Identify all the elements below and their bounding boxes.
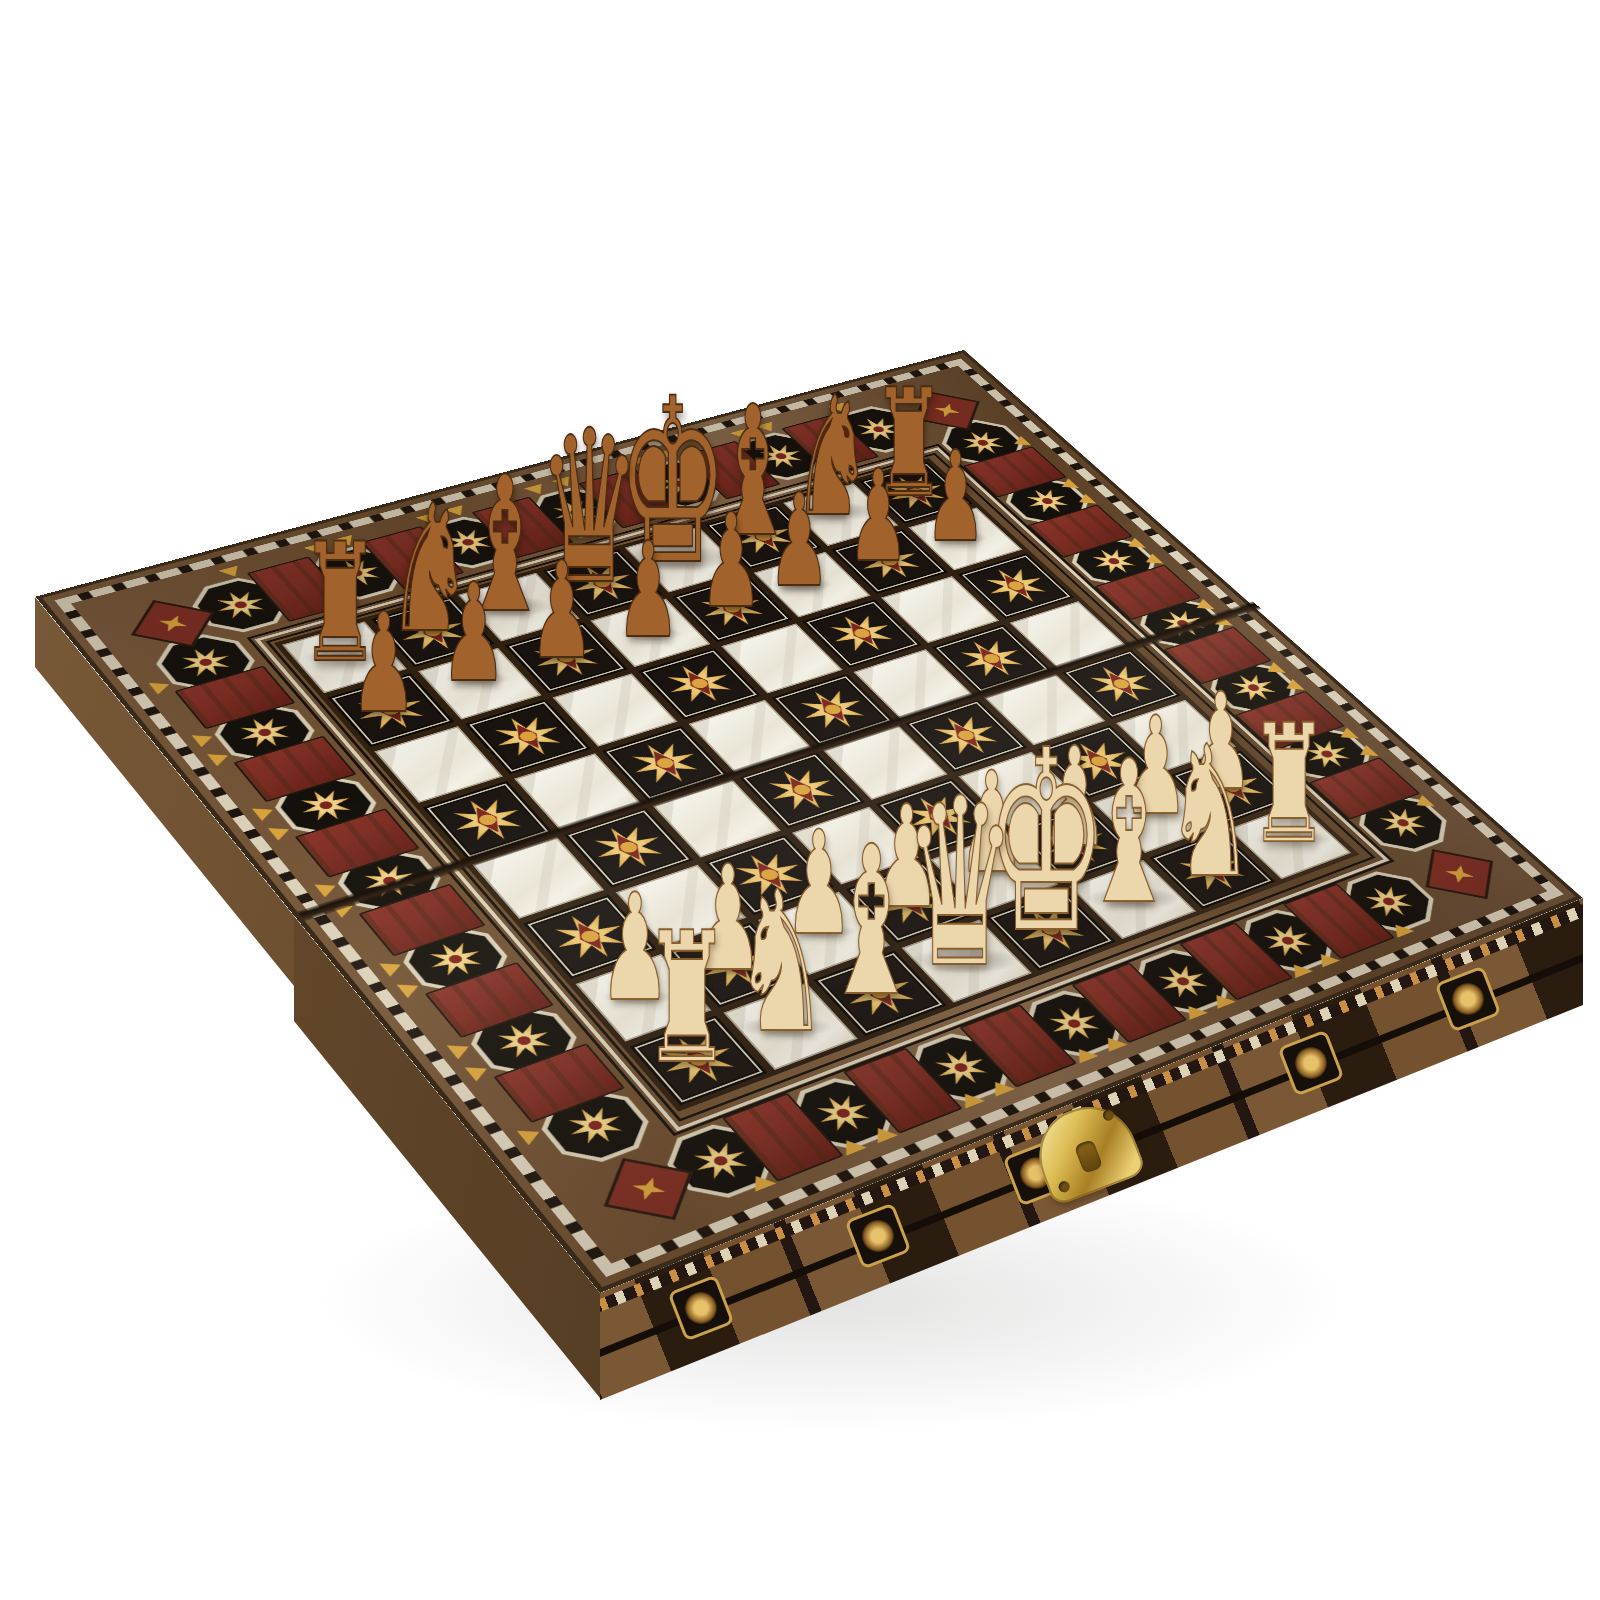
triangle-inlay (524, 484, 550, 497)
triangle-inlay (628, 456, 653, 468)
triangle-inlay (333, 535, 360, 548)
triangle-inlay (251, 803, 278, 821)
triangle-inlay (314, 879, 341, 897)
triangle-inlay (378, 957, 406, 976)
triangle-inlay (827, 402, 851, 414)
triangle-inlay (191, 730, 217, 747)
triangle-inlay (446, 1039, 474, 1059)
product-photo-stage: Handmade Syrian mother-of-pearl mosaic f… (0, 0, 1600, 1600)
triangle-inlay (415, 513, 441, 526)
triangle-inlay (729, 428, 754, 440)
triangle-inlay (655, 448, 680, 460)
corner-inlay (914, 391, 979, 430)
triangle-inlay (551, 476, 577, 489)
triangle-inlay (755, 422, 780, 434)
triangle-inlay (444, 505, 470, 518)
triangle-inlay (218, 565, 245, 579)
corner-inlay (1426, 849, 1493, 899)
triangle-inlay (516, 1124, 545, 1145)
triangle-inlay (148, 678, 174, 694)
